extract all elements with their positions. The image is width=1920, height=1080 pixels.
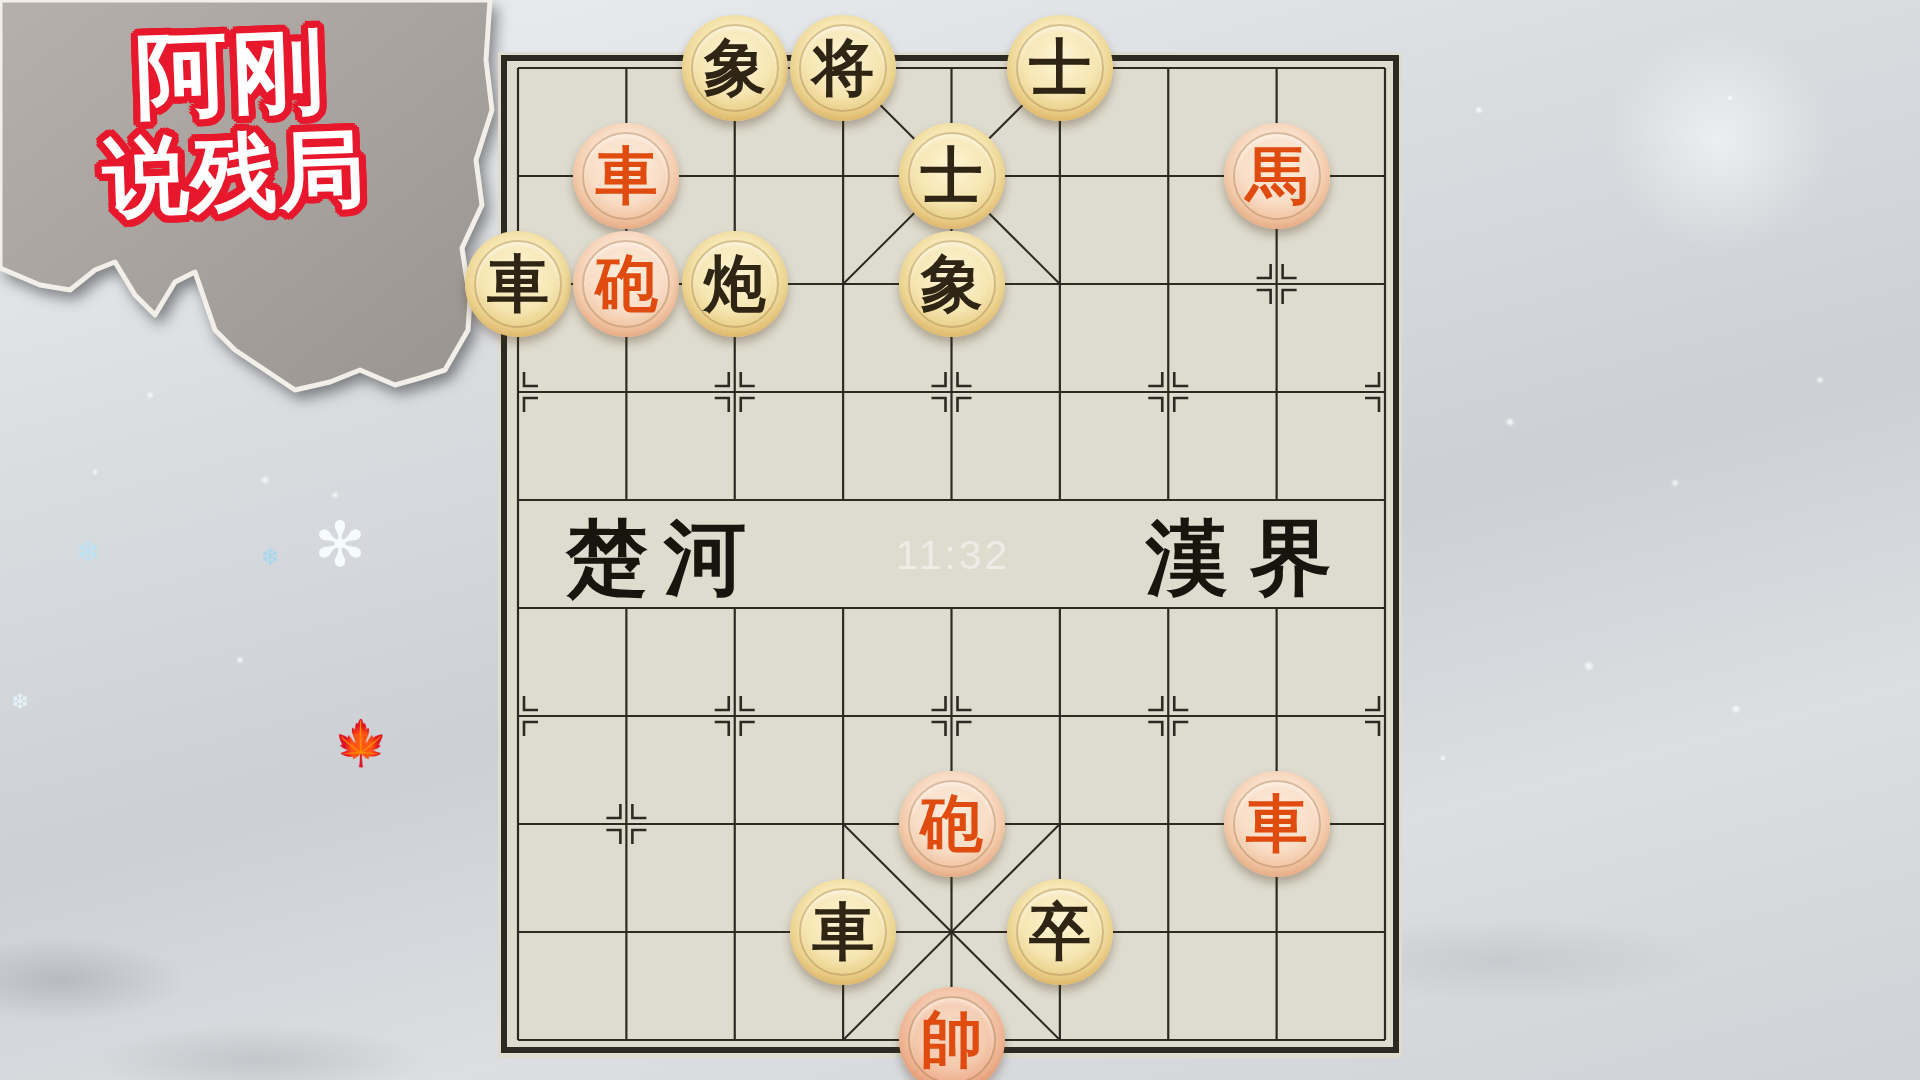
river-label-chu-he: 楚河	[566, 504, 762, 614]
piece-red-general[interactable]: 帥	[899, 987, 1005, 1080]
river-label-han-jie: 漢界	[1146, 504, 1354, 614]
timer: 11:32	[880, 532, 1026, 579]
piece-glyph: 帥	[921, 1009, 983, 1071]
piece-black-elephant[interactable]: 象	[682, 15, 788, 121]
snowflake-icon: ❄	[75, 537, 100, 567]
piece-black-advisor[interactable]: 士	[1007, 15, 1113, 121]
snowflake-icon: ✻	[314, 514, 366, 576]
piece-glyph: 炮	[704, 253, 766, 315]
piece-red-chariot[interactable]: 車	[573, 123, 679, 229]
piece-red-cannon[interactable]: 砲	[573, 231, 679, 337]
piece-glyph: 士	[921, 145, 983, 207]
video-frame: 阿刚 说残局 楚河 漢界 11:32 象将士車士馬車砲炮象砲車車卒帥 🍁❄❄✻❄	[0, 0, 1920, 1080]
piece-black-elephant[interactable]: 象	[899, 231, 1005, 337]
piece-glyph: 象	[921, 253, 983, 315]
piece-red-chariot[interactable]: 車	[1224, 771, 1330, 877]
piece-black-general[interactable]: 将	[790, 15, 896, 121]
piece-glyph: 馬	[1246, 145, 1308, 207]
snowflake-icon: ❄	[260, 545, 280, 569]
piece-glyph: 象	[704, 37, 766, 99]
xiangqi-board[interactable]: 楚河 漢界 11:32 象将士車士馬車砲炮象砲車車卒帥	[0, 0, 1920, 1080]
piece-glyph: 砲	[595, 253, 657, 315]
piece-glyph: 車	[812, 901, 874, 963]
piece-black-chariot[interactable]: 車	[465, 231, 571, 337]
piece-glyph: 砲	[921, 793, 983, 855]
piece-black-chariot[interactable]: 車	[790, 879, 896, 985]
snowflake-icon: ❄	[11, 691, 29, 713]
piece-glyph: 車	[487, 253, 549, 315]
piece-glyph: 車	[1246, 793, 1308, 855]
piece-black-advisor[interactable]: 士	[899, 123, 1005, 229]
piece-red-cannon[interactable]: 砲	[899, 771, 1005, 877]
piece-glyph: 士	[1029, 37, 1091, 99]
piece-glyph: 卒	[1029, 901, 1091, 963]
maple-leaf-icon: 🍁	[334, 721, 389, 765]
piece-glyph: 将	[812, 37, 874, 99]
piece-glyph: 車	[595, 145, 657, 207]
piece-black-cannon[interactable]: 炮	[682, 231, 788, 337]
piece-black-soldier[interactable]: 卒	[1007, 879, 1113, 985]
piece-red-horse[interactable]: 馬	[1224, 123, 1330, 229]
